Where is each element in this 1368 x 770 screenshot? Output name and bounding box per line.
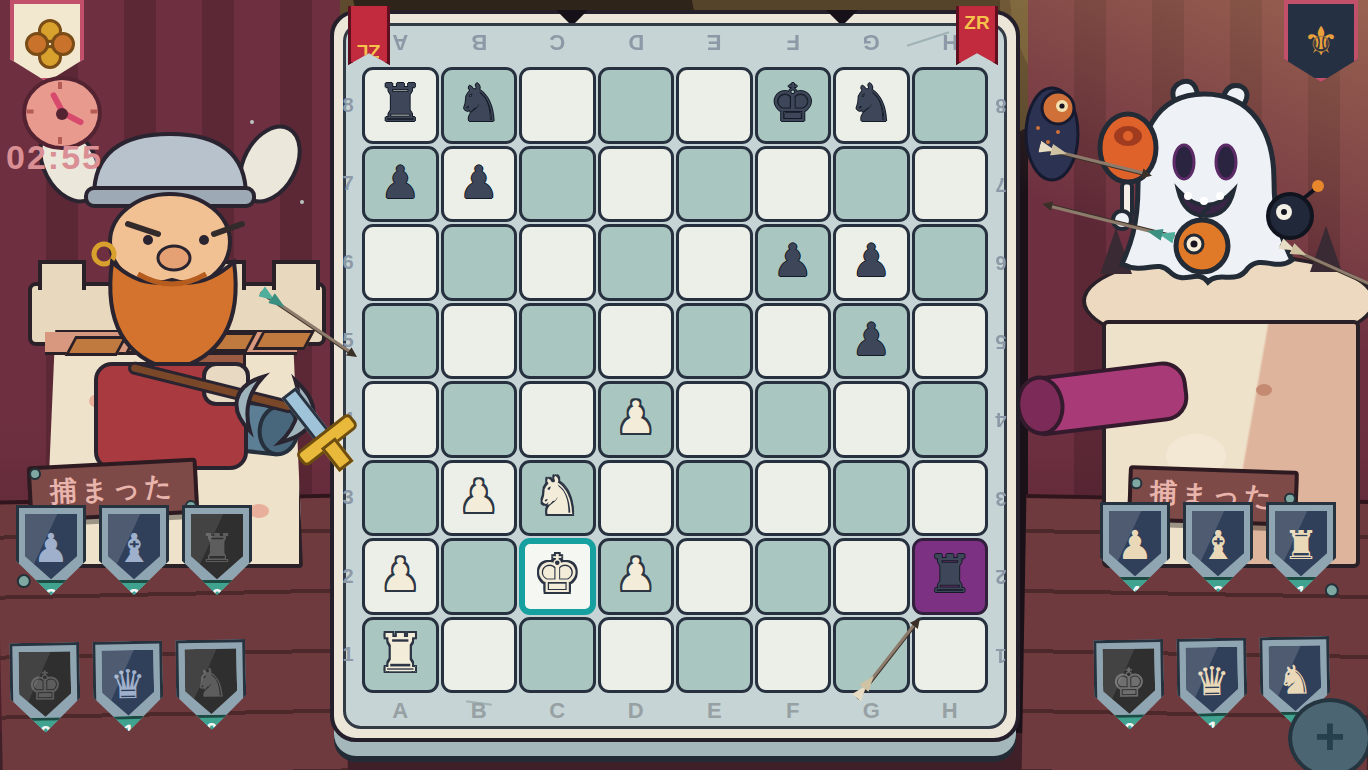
file-label-f: F (754, 26, 833, 58)
file-labels-bottom: ABCDEFGH (361, 696, 989, 726)
plus-icon: + (1315, 710, 1345, 762)
rank-label-8: 8 (336, 66, 360, 145)
square-d1[interactable] (598, 617, 675, 694)
square-f5[interactable] (755, 303, 832, 380)
square-e2[interactable] (676, 538, 753, 615)
cell-c6 (518, 223, 597, 302)
captured-count: 2 (1212, 581, 1224, 624)
fleur-de-lis-icon: ⚜ (1303, 21, 1339, 61)
captured-count: 0 (211, 584, 223, 627)
square-c1[interactable] (519, 617, 596, 694)
captured-black-knight-badge: ♞0 (175, 639, 247, 730)
captured-count-ribbon: 1 (1283, 577, 1319, 627)
square-g5[interactable]: ♟ (833, 303, 910, 380)
file-label-c: C (518, 26, 597, 58)
piece-black-pawn-a7[interactable]: ♟ (365, 159, 436, 204)
piece-black-king-f8[interactable]: ♚ (758, 77, 829, 129)
queen-portrait: ♛ (101, 650, 154, 719)
owl-decoration (1024, 82, 1086, 182)
captured-count-ribbon: 1 (111, 716, 148, 767)
cell-e7 (675, 145, 754, 224)
cell-g8: ♞ (832, 66, 911, 145)
rank-label-7: 7 (336, 145, 360, 224)
captured-white-bishop-badge: ♝2 (1183, 502, 1253, 592)
cell-b8: ♞ (440, 66, 519, 145)
cell-d2: ♟ (597, 537, 676, 616)
square-h3[interactable] (912, 460, 989, 537)
piece-black-rook-h2[interactable]: ♜ (915, 548, 986, 600)
knight-icon: ♞ (193, 662, 230, 703)
captured-white-king-badge: ♚0 (1093, 639, 1165, 730)
file-label-b: B (440, 26, 519, 58)
pawn-icon: ♟ (1117, 525, 1153, 565)
cell-a5 (361, 302, 440, 381)
square-e8[interactable] (676, 67, 753, 144)
knight-portrait: ♞ (184, 648, 237, 717)
cell-f4 (754, 380, 833, 459)
square-g7[interactable] (833, 146, 910, 223)
cell-a4 (361, 380, 440, 459)
cell-h8 (911, 66, 990, 145)
queen-portrait: ♛ (1185, 647, 1238, 716)
cell-a8: ♜ (361, 66, 440, 145)
cell-d4: ♟ (597, 380, 676, 459)
square-c4[interactable] (519, 381, 596, 458)
cell-g3 (832, 459, 911, 538)
file-label-g: G (832, 26, 911, 58)
square-g4[interactable] (833, 381, 910, 458)
king-portrait: ♚ (18, 651, 71, 720)
bishop-portrait: ♝ (108, 514, 160, 582)
captured-black-queen-badge: ♛1 (92, 641, 164, 732)
cell-h5 (911, 302, 990, 381)
captured-white-rook-badge: ♜1 (1266, 502, 1336, 592)
square-c8[interactable] (519, 67, 596, 144)
piece-black-pawn-b7[interactable]: ♟ (444, 159, 515, 204)
pawn-portrait: ♟ (25, 514, 77, 582)
cell-h4 (911, 380, 990, 459)
rank-label-1: 1 (990, 616, 1012, 695)
cell-c4 (518, 380, 597, 459)
captured-black-bishop-badge: ♝2 (99, 505, 169, 595)
square-e7[interactable] (676, 146, 753, 223)
cell-c2: ♚ (518, 537, 597, 616)
cell-f1 (754, 616, 833, 695)
match-timer: 02:55 (6, 138, 103, 177)
captured-count-ribbon: 2 (116, 580, 152, 630)
square-g3[interactable] (833, 460, 910, 537)
captured-badge-row: ♟4♝2♜1 (1100, 502, 1352, 592)
file-label-h: H (911, 696, 990, 726)
king-icon: ♚ (27, 665, 64, 706)
rank-label-1: 1 (336, 616, 360, 695)
square-a6[interactable] (362, 224, 439, 301)
rook-portrait: ♜ (1275, 511, 1327, 579)
cell-g6: ♟ (832, 223, 911, 302)
cell-b7: ♟ (440, 145, 519, 224)
square-h4[interactable] (912, 381, 989, 458)
file-label-b: B (440, 696, 519, 726)
square-a3[interactable] (362, 460, 439, 537)
cell-d7 (597, 145, 676, 224)
captured-badge-row: ♚0♛1♞0 (9, 639, 263, 733)
king-icon: ♚ (1111, 662, 1148, 703)
piece-white-king-c2[interactable]: ♚ (525, 548, 590, 600)
ghost-player-avatar (1082, 74, 1332, 324)
square-b5[interactable] (441, 303, 518, 380)
captured-black-rook-badge: ♜0 (182, 505, 252, 595)
cell-c3: ♞ (518, 459, 597, 538)
square-a5[interactable] (362, 303, 439, 380)
captured-count: 2 (128, 584, 140, 627)
square-f8[interactable]: ♚ (755, 67, 832, 144)
rook-icon: ♜ (1283, 525, 1319, 565)
file-label-g: G (832, 696, 911, 726)
cell-e1 (675, 616, 754, 695)
captured-count: 1 (1207, 717, 1219, 760)
cell-h3 (911, 459, 990, 538)
cell-f7 (754, 145, 833, 224)
captured-count-ribbon: 3 (33, 580, 69, 630)
piece-white-pawn-a2[interactable]: ♟ (365, 552, 436, 597)
square-h2[interactable]: ♜ (912, 538, 989, 615)
square-g6[interactable]: ♟ (833, 224, 910, 301)
piece-black-knight-b8[interactable]: ♞ (444, 77, 515, 129)
cell-e5 (675, 302, 754, 381)
square-h5[interactable] (912, 303, 989, 380)
bishop-icon: ♝ (116, 528, 152, 568)
cell-d8 (597, 66, 676, 145)
cell-d6 (597, 223, 676, 302)
cell-b2 (440, 537, 519, 616)
cell-b1 (440, 616, 519, 695)
piece-white-knight-c3[interactable]: ♞ (522, 470, 593, 522)
file-label-c: C (518, 696, 597, 726)
file-label-a: A (361, 696, 440, 726)
square-a4[interactable] (362, 381, 439, 458)
square-a1[interactable]: ♜ (362, 617, 439, 694)
rank-label-5: 5 (990, 302, 1012, 381)
square-f6[interactable]: ♟ (755, 224, 832, 301)
cell-b4 (440, 380, 519, 459)
captured-count: 1 (1295, 581, 1307, 624)
rook-icon: ♜ (199, 528, 235, 568)
knight-icon: ♞ (1277, 659, 1314, 700)
cell-b5 (440, 302, 519, 381)
square-h1[interactable] (912, 617, 989, 694)
square-c6[interactable] (519, 224, 596, 301)
captured-black-king-badge: ♚0 (9, 642, 81, 733)
rank-label-2: 2 (990, 537, 1012, 616)
square-g8[interactable]: ♞ (833, 67, 910, 144)
king-portrait: ♚ (1102, 648, 1155, 717)
cell-a1: ♜ (361, 616, 440, 695)
square-f7[interactable] (755, 146, 832, 223)
captured-count: 0 (1124, 718, 1136, 761)
cell-d5 (597, 302, 676, 381)
captured-panel-left: ♟3♝2♜0♚0♛1♞0 (16, 505, 268, 770)
piece-black-rook-a8[interactable]: ♜ (365, 77, 436, 129)
quatrefoil-icon (25, 19, 69, 63)
bishop-portrait: ♝ (1192, 511, 1244, 579)
rank-labels-right: 87654321 (990, 66, 1012, 694)
cell-f3 (754, 459, 833, 538)
cell-c1 (518, 616, 597, 695)
rank-label-4: 4 (990, 380, 1012, 459)
file-label-e: E (675, 26, 754, 58)
cell-e6 (675, 223, 754, 302)
bishop-icon: ♝ (1200, 525, 1236, 565)
square-b4[interactable] (441, 381, 518, 458)
square-e6[interactable] (676, 224, 753, 301)
square-b1[interactable] (441, 617, 518, 694)
captured-count-ribbon: 0 (194, 714, 231, 765)
square-c5[interactable] (519, 303, 596, 380)
cell-g7 (832, 145, 911, 224)
captured-black-pawn-badge: ♟3 (16, 505, 86, 595)
chess-board: ♜♞♚♞♟♟♟♟♟♟♟♞♟♚♟♜♜ (361, 66, 989, 694)
file-label-f: F (754, 696, 833, 726)
piece-black-knight-g8[interactable]: ♞ (836, 77, 907, 129)
square-h6[interactable] (912, 224, 989, 301)
expand-button[interactable]: + (1288, 698, 1368, 770)
square-e1[interactable] (676, 617, 753, 694)
piece-white-pawn-d4[interactable]: ♟ (601, 395, 672, 440)
pawn-portrait: ♟ (1109, 511, 1161, 579)
square-b8[interactable]: ♞ (441, 67, 518, 144)
square-c2[interactable]: ♚ (519, 538, 596, 615)
cell-e3 (675, 459, 754, 538)
cell-b3: ♟ (440, 459, 519, 538)
rank-label-7: 7 (990, 145, 1012, 224)
square-d5[interactable] (598, 303, 675, 380)
square-h7[interactable] (912, 146, 989, 223)
square-c3[interactable]: ♞ (519, 460, 596, 537)
square-d4[interactable]: ♟ (598, 381, 675, 458)
square-h8[interactable] (912, 67, 989, 144)
square-f4[interactable] (755, 381, 832, 458)
file-label-e: E (675, 696, 754, 726)
cell-g4 (832, 380, 911, 459)
captured-count: 1 (123, 720, 135, 763)
square-b6[interactable] (441, 224, 518, 301)
rank-labels-left: 87654321 (336, 66, 360, 694)
captured-count-ribbon: 4 (1117, 577, 1153, 627)
file-labels-top: ABCDEFGH (361, 26, 989, 58)
captured-white-pawn-badge: ♟4 (1100, 502, 1170, 592)
rank-label-3: 3 (990, 459, 1012, 538)
cell-f2 (754, 537, 833, 616)
queen-icon: ♛ (110, 664, 147, 705)
square-f3[interactable] (755, 460, 832, 537)
rank-label-8: 8 (990, 66, 1012, 145)
file-label-d: D (597, 696, 676, 726)
captured-count-ribbon: 0 (1112, 714, 1149, 765)
piece-black-pawn-g5[interactable]: ♟ (836, 316, 907, 361)
cell-e8 (675, 66, 754, 145)
cell-a7: ♟ (361, 145, 440, 224)
square-b7[interactable]: ♟ (441, 146, 518, 223)
cell-g2 (832, 537, 911, 616)
piece-black-pawn-f6[interactable]: ♟ (758, 238, 829, 283)
rank-label-6: 6 (990, 223, 1012, 302)
captured-count-ribbon: 2 (1200, 577, 1236, 627)
cell-h2: ♜ (911, 537, 990, 616)
square-a2[interactable]: ♟ (362, 538, 439, 615)
square-d6[interactable] (598, 224, 675, 301)
rank-label-6: 6 (336, 223, 360, 302)
cell-a6 (361, 223, 440, 302)
captured-white-queen-badge: ♛1 (1176, 638, 1248, 729)
square-e3[interactable] (676, 460, 753, 537)
captured-count-ribbon: 0 (28, 717, 65, 768)
square-e5[interactable] (676, 303, 753, 380)
file-label-d: D (597, 26, 676, 58)
cell-e4 (675, 380, 754, 459)
game-scene: ⚜ 02:55 捕まった 捕まった ♟3♝2♜0♚0♛1♞0 ♟4♝2♜1♚0♛… (0, 0, 1368, 770)
cell-f6: ♟ (754, 223, 833, 302)
square-d2[interactable]: ♟ (598, 538, 675, 615)
cell-h6 (911, 223, 990, 302)
square-b3[interactable]: ♟ (441, 460, 518, 537)
square-a8[interactable]: ♜ (362, 67, 439, 144)
square-e4[interactable] (676, 381, 753, 458)
square-f2[interactable] (755, 538, 832, 615)
square-c7[interactable] (519, 146, 596, 223)
captured-count: 4 (1129, 581, 1141, 624)
rook-portrait: ♜ (191, 514, 243, 582)
cell-c5 (518, 302, 597, 381)
captured-badge-row: ♟3♝2♜0 (16, 505, 268, 595)
square-d3[interactable] (598, 460, 675, 537)
cell-a2: ♟ (361, 537, 440, 616)
captured-count-ribbon: 0 (199, 580, 235, 630)
piece-white-pawn-d2[interactable]: ♟ (601, 552, 672, 597)
queen-icon: ♛ (1194, 661, 1231, 702)
cell-d3 (597, 459, 676, 538)
piece-white-pawn-b3[interactable]: ♟ (444, 473, 515, 518)
cell-f8: ♚ (754, 66, 833, 145)
square-f1[interactable] (755, 617, 832, 694)
captured-count: 0 (206, 719, 218, 762)
piece-white-rook-a1[interactable]: ♜ (365, 627, 436, 679)
pawn-icon: ♟ (33, 528, 69, 568)
cell-a3 (361, 459, 440, 538)
square-b2[interactable] (441, 538, 518, 615)
cell-c7 (518, 145, 597, 224)
cell-h1 (911, 616, 990, 695)
cell-h7 (911, 145, 990, 224)
captured-count: 3 (45, 584, 57, 627)
captured-count: 0 (40, 721, 52, 764)
square-g2[interactable] (833, 538, 910, 615)
cell-d1 (597, 616, 676, 695)
cell-b6 (440, 223, 519, 302)
square-a7[interactable]: ♟ (362, 146, 439, 223)
piece-black-pawn-g6[interactable]: ♟ (836, 238, 907, 283)
square-d8[interactable] (598, 67, 675, 144)
rank-label-2: 2 (336, 537, 360, 616)
cell-e2 (675, 537, 754, 616)
cell-c8 (518, 66, 597, 145)
cell-f5 (754, 302, 833, 381)
square-d7[interactable] (598, 146, 675, 223)
cell-g5: ♟ (832, 302, 911, 381)
captured-count-ribbon: 1 (1195, 713, 1232, 764)
